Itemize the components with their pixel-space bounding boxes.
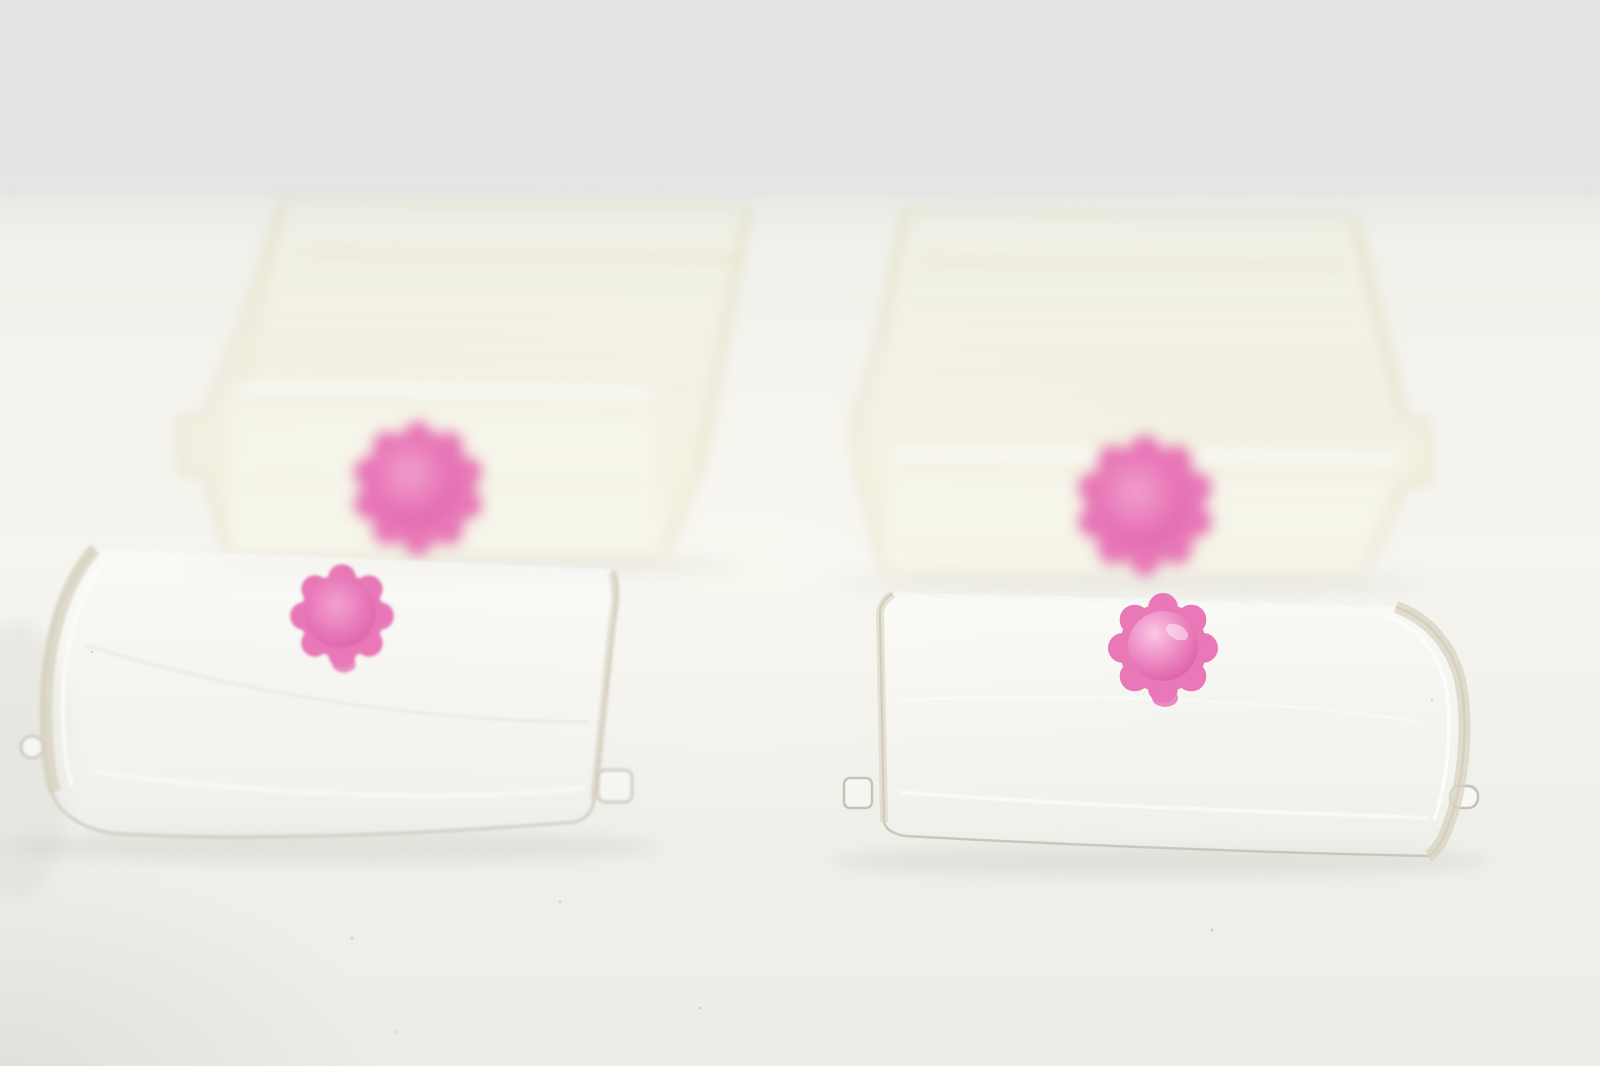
flower-knob-dome — [370, 438, 458, 526]
flower-knob-dome — [1095, 455, 1187, 547]
drawer-tray-right — [855, 210, 1429, 576]
photo-backdrop — [0, 0, 1600, 1066]
flower-knob-stem — [1152, 689, 1178, 707]
flower-knob-dome — [304, 576, 376, 648]
hinge-tab-right — [598, 770, 632, 802]
product-photo — [0, 0, 1600, 1066]
drawer-tray-left — [180, 200, 748, 556]
flower-knob-dome — [1128, 611, 1198, 681]
wall-floor-seam — [0, 183, 1600, 197]
hinge-tab-left — [844, 778, 872, 808]
flower-knob-stem — [332, 655, 356, 673]
curved-cover-left — [21, 549, 632, 837]
curved-cover-right — [844, 593, 1478, 856]
hinge-peg-left — [21, 736, 43, 758]
